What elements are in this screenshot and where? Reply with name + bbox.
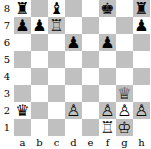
square-a5[interactable] (14, 51, 31, 68)
square-c1[interactable] (48, 119, 65, 136)
piece-white-king: ♔ (116, 119, 133, 136)
rank-label-5: 5 (0, 51, 14, 68)
rank-label-8: 8 (0, 0, 14, 17)
file-label-d: d (65, 136, 82, 149)
square-e6[interactable] (82, 34, 99, 51)
square-c7[interactable]: ♖ (48, 17, 65, 34)
corner-spacer (0, 136, 14, 149)
square-e4[interactable] (82, 68, 99, 85)
rank-label-6: 6 (0, 34, 14, 51)
rank-label-3: 3 (0, 85, 14, 102)
rank-label-2: 2 (0, 102, 14, 119)
rank-labels: 87654321 (0, 0, 14, 136)
piece-white-queen: ♕ (116, 85, 133, 102)
square-f2[interactable]: ♙ (99, 102, 116, 119)
square-c6[interactable] (48, 34, 65, 51)
square-b8[interactable] (31, 0, 48, 17)
square-h5[interactable] (133, 51, 150, 68)
square-b1[interactable] (31, 119, 48, 136)
square-e8[interactable] (82, 0, 99, 17)
square-c3[interactable] (48, 85, 65, 102)
square-d2[interactable]: ♙ (65, 102, 82, 119)
square-b3[interactable] (31, 85, 48, 102)
square-g2[interactable]: ♙ (116, 102, 133, 119)
piece-black-pawn: ♟ (65, 34, 82, 51)
file-labels: abcdefgh (14, 136, 150, 149)
square-e5[interactable] (82, 51, 99, 68)
square-h4[interactable] (133, 68, 150, 85)
square-d5[interactable] (65, 51, 82, 68)
piece-black-queen: ♛ (14, 102, 31, 119)
square-e2[interactable] (82, 102, 99, 119)
square-a8[interactable]: ♜ (14, 0, 31, 17)
square-g6[interactable] (116, 34, 133, 51)
square-c8[interactable]: ♝ (48, 0, 65, 17)
square-g4[interactable] (116, 68, 133, 85)
piece-white-pawn: ♙ (116, 102, 133, 119)
piece-white-pawn: ♙ (65, 102, 82, 119)
square-f1[interactable]: ♖ (99, 119, 116, 136)
square-e3[interactable] (82, 85, 99, 102)
square-d8[interactable] (65, 0, 82, 17)
square-g7[interactable] (116, 17, 133, 34)
square-f6[interactable]: ♟ (99, 34, 116, 51)
piece-black-pawn: ♟ (14, 17, 31, 34)
board: ♜♝♚♜♟♟♖♟♟♟♕♛♙♙♙♙♖♔ (14, 0, 150, 136)
square-d4[interactable] (65, 68, 82, 85)
rank-label-4: 4 (0, 68, 14, 85)
rank-label-1: 1 (0, 119, 14, 136)
square-b5[interactable] (31, 51, 48, 68)
piece-black-pawn: ♟ (133, 17, 150, 34)
square-f7[interactable] (99, 17, 116, 34)
square-a1[interactable] (14, 119, 31, 136)
square-h7[interactable]: ♟ (133, 17, 150, 34)
file-label-a: a (14, 136, 31, 149)
square-f5[interactable] (99, 51, 116, 68)
square-c4[interactable] (48, 68, 65, 85)
piece-black-pawn: ♟ (31, 17, 48, 34)
piece-white-pawn: ♙ (99, 102, 116, 119)
square-g1[interactable]: ♔ (116, 119, 133, 136)
piece-white-rook: ♖ (99, 119, 116, 136)
piece-black-rook: ♜ (133, 0, 150, 17)
square-a6[interactable] (14, 34, 31, 51)
square-e1[interactable] (82, 119, 99, 136)
square-g8[interactable] (116, 0, 133, 17)
square-e7[interactable] (82, 17, 99, 34)
square-h6[interactable] (133, 34, 150, 51)
square-a7[interactable]: ♟ (14, 17, 31, 34)
square-d7[interactable] (65, 17, 82, 34)
square-h8[interactable]: ♜ (133, 0, 150, 17)
square-h3[interactable] (133, 85, 150, 102)
file-label-f: f (99, 136, 116, 149)
square-f8[interactable]: ♚ (99, 0, 116, 17)
square-b2[interactable] (31, 102, 48, 119)
piece-white-pawn: ♙ (133, 102, 150, 119)
square-c2[interactable] (48, 102, 65, 119)
file-label-h: h (133, 136, 150, 149)
square-b4[interactable] (31, 68, 48, 85)
square-c5[interactable] (48, 51, 65, 68)
square-b7[interactable]: ♟ (31, 17, 48, 34)
piece-black-rook: ♜ (14, 0, 31, 17)
square-g3[interactable]: ♕ (116, 85, 133, 102)
square-g5[interactable] (116, 51, 133, 68)
piece-black-bishop: ♝ (48, 0, 65, 17)
square-b6[interactable] (31, 34, 48, 51)
square-d1[interactable] (65, 119, 82, 136)
file-label-e: e (82, 136, 99, 149)
rank-label-7: 7 (0, 17, 14, 34)
square-f3[interactable] (99, 85, 116, 102)
square-a4[interactable] (14, 68, 31, 85)
square-f4[interactable] (99, 68, 116, 85)
file-label-b: b (31, 136, 48, 149)
square-a3[interactable] (14, 85, 31, 102)
square-d3[interactable] (65, 85, 82, 102)
square-h1[interactable] (133, 119, 150, 136)
square-a2[interactable]: ♛ (14, 102, 31, 119)
chess-diagram: 87654321 ♜♝♚♜♟♟♖♟♟♟♕♛♙♙♙♙♖♔ abcdefgh (0, 0, 150, 149)
file-label-g: g (116, 136, 133, 149)
piece-black-pawn: ♟ (99, 34, 116, 51)
file-label-c: c (48, 136, 65, 149)
square-d6[interactable]: ♟ (65, 34, 82, 51)
square-h2[interactable]: ♙ (133, 102, 150, 119)
piece-black-king: ♚ (99, 0, 116, 17)
piece-white-rook: ♖ (48, 17, 65, 34)
